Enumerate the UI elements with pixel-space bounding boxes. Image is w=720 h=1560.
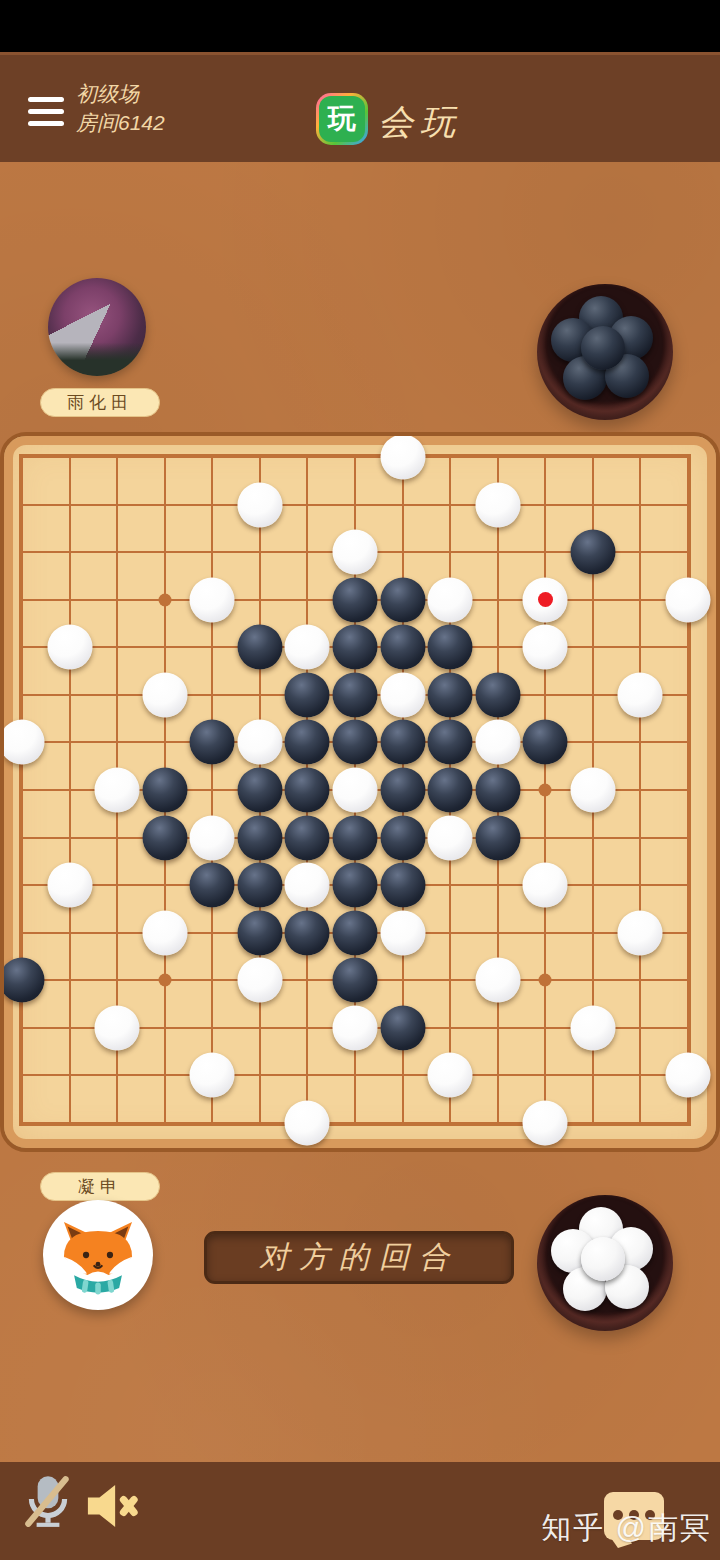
stone-white	[333, 530, 378, 575]
watermark: 知乎 @南冥	[420, 1508, 712, 1549]
stone-black	[237, 863, 282, 908]
bowl-stone-white	[581, 1237, 625, 1281]
stone-black	[428, 720, 473, 765]
stone-black	[380, 577, 425, 622]
stone-white	[570, 768, 615, 813]
stone-white	[523, 863, 568, 908]
stone-black	[333, 577, 378, 622]
stone-white	[95, 768, 140, 813]
stone-white	[618, 910, 663, 955]
stone-white	[333, 768, 378, 813]
stone-black	[570, 530, 615, 575]
stone-black	[380, 720, 425, 765]
stone-white	[380, 435, 425, 480]
stone-black	[380, 768, 425, 813]
game-screen: 初级场 房间6142 玩 会玩 雨化田 凝申	[0, 0, 720, 1560]
stone-black	[142, 815, 187, 860]
star-point	[539, 974, 552, 987]
room-number-label: 房间6142	[76, 108, 165, 137]
stone-white	[47, 625, 92, 670]
stone-black	[237, 815, 282, 860]
microphone-muted-icon[interactable]	[22, 1472, 74, 1530]
stone-black	[428, 625, 473, 670]
speaker-muted-icon[interactable]	[84, 1484, 140, 1528]
stone-black	[285, 672, 330, 717]
stone-white	[428, 815, 473, 860]
stone-white	[618, 672, 663, 717]
board-grid[interactable]	[22, 457, 688, 1123]
stone-white	[523, 625, 568, 670]
stone-white	[190, 577, 235, 622]
stone-black	[285, 815, 330, 860]
stone-black	[380, 863, 425, 908]
opponent-avatar[interactable]	[48, 278, 146, 376]
stone-white	[285, 1101, 330, 1146]
stone-white	[428, 577, 473, 622]
stone-white	[333, 1005, 378, 1050]
stone-black	[285, 768, 330, 813]
stone-white	[666, 577, 711, 622]
stone-black	[237, 625, 282, 670]
stone-white	[428, 1053, 473, 1098]
stone-black	[285, 910, 330, 955]
black-stone-bowl	[537, 284, 673, 420]
stone-black	[190, 863, 235, 908]
app-logo-glyph: 玩	[319, 96, 365, 142]
stone-white	[523, 577, 568, 622]
bowl-stone-black	[581, 326, 625, 370]
stone-white	[0, 720, 45, 765]
stone-black	[237, 768, 282, 813]
stone-white	[475, 482, 520, 527]
star-point	[158, 974, 171, 987]
stone-black	[190, 720, 235, 765]
star-point	[158, 593, 171, 606]
stone-white	[380, 910, 425, 955]
stone-black	[380, 1005, 425, 1050]
stone-black	[428, 672, 473, 717]
stone-white	[475, 958, 520, 1003]
stone-black	[285, 720, 330, 765]
stone-white	[47, 863, 92, 908]
stone-black	[475, 768, 520, 813]
stone-white	[95, 1005, 140, 1050]
stone-black	[333, 720, 378, 765]
white-stone-bowl	[537, 1195, 673, 1331]
stone-black	[523, 720, 568, 765]
stone-white	[570, 1005, 615, 1050]
opponent-name-badge: 雨化田	[40, 388, 160, 417]
stone-black	[475, 672, 520, 717]
stone-white	[142, 672, 187, 717]
stone-white	[237, 720, 282, 765]
fox-avatar-icon	[52, 1209, 144, 1301]
board-panel	[0, 432, 720, 1152]
stone-white	[237, 482, 282, 527]
stone-black	[475, 815, 520, 860]
stone-black	[237, 910, 282, 955]
stone-white	[285, 625, 330, 670]
app-logo-icon: 玩	[316, 93, 368, 145]
self-avatar[interactable]	[43, 1200, 153, 1310]
stone-white	[190, 815, 235, 860]
stone-black	[380, 625, 425, 670]
stone-black	[333, 625, 378, 670]
stone-black	[333, 910, 378, 955]
star-point	[539, 784, 552, 797]
stone-white	[380, 672, 425, 717]
stone-black	[0, 958, 45, 1003]
stone-black	[333, 958, 378, 1003]
stone-black	[333, 815, 378, 860]
stone-white	[142, 910, 187, 955]
arena-label: 初级场	[76, 79, 165, 108]
stone-white	[237, 958, 282, 1003]
stone-white	[523, 1101, 568, 1146]
stone-black	[333, 863, 378, 908]
header-bar: 初级场 房间6142 玩 会玩	[0, 52, 720, 162]
turn-banner: 对方的回合	[204, 1231, 514, 1284]
stone-black	[333, 672, 378, 717]
stone-white	[190, 1053, 235, 1098]
room-info: 初级场 房间6142	[76, 79, 165, 137]
stone-black	[380, 815, 425, 860]
stone-black	[428, 768, 473, 813]
self-name-badge: 凝申	[40, 1172, 160, 1201]
menu-hamburger-icon[interactable]	[28, 97, 64, 127]
stone-black	[142, 768, 187, 813]
status-bar	[0, 0, 720, 52]
stone-white	[475, 720, 520, 765]
stone-white	[285, 863, 330, 908]
last-move-marker	[538, 592, 553, 607]
app-logo-text: 会玩	[378, 99, 462, 146]
stone-white	[666, 1053, 711, 1098]
